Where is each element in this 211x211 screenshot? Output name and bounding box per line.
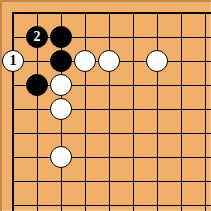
stone-white bbox=[74, 50, 96, 72]
stone-white-move-1: 1 bbox=[2, 50, 24, 72]
grid-line-vertical bbox=[181, 12, 182, 211]
stone-white bbox=[50, 74, 72, 96]
stone-white bbox=[50, 98, 72, 120]
move-number-label: 2 bbox=[34, 30, 41, 44]
stone-black bbox=[50, 26, 72, 48]
move-number-label: 1 bbox=[10, 54, 17, 68]
stone-white bbox=[146, 50, 168, 72]
go-board: 12 bbox=[0, 0, 211, 211]
stone-black-move-2: 2 bbox=[26, 26, 48, 48]
grid-line-horizontal bbox=[12, 205, 211, 206]
stone-white bbox=[98, 50, 120, 72]
stone-black bbox=[50, 50, 72, 72]
stone-black bbox=[26, 74, 48, 96]
grid-line-vertical bbox=[205, 12, 206, 211]
stone-white bbox=[50, 146, 72, 168]
